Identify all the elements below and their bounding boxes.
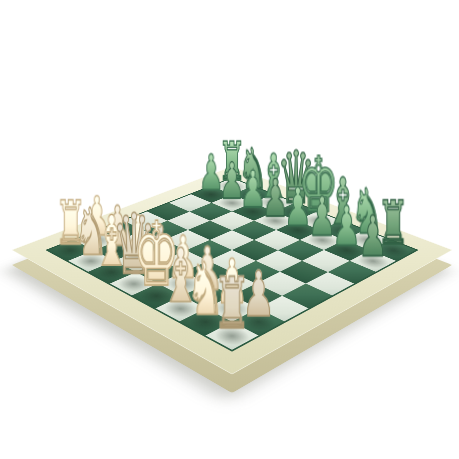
green-p-glyph: ♟ [358,208,388,264]
chessboard-3d-scene: ♜♞♝♛♚♝♞♜♟♟♟♟♟♟♟♟♟♟♟♟♟♟♟♟♜♞♝♛♚♝♞♜ [11,166,452,374]
board-perspective-wrap: ♜♞♝♛♚♝♞♜♟♟♟♟♟♟♟♟♟♟♟♟♟♟♟♟♜♞♝♛♚♝♞♜ [76,94,388,406]
white-r-glyph: ♜ [213,268,250,339]
chess-set-photo: ♜♞♝♛♚♝♞♜♟♟♟♟♟♟♟♟♟♟♟♟♟♟♟♟♜♞♝♛♚♝♞♜ [0,0,459,459]
